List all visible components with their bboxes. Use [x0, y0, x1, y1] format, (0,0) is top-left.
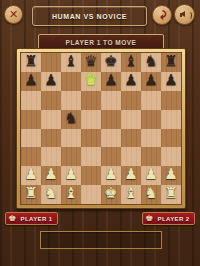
- player1-piece-icon: ♚: [8, 214, 16, 223]
- player2-button[interactable]: ♚ Player 2: [142, 212, 195, 225]
- player1-button[interactable]: ♚ Player 1: [5, 212, 58, 225]
- player2-piece-icon: ♚: [145, 214, 153, 223]
- app-title: Human Vs Novice: [52, 13, 127, 20]
- piece-black-pawn-f7[interactable]: ♟: [124, 73, 137, 88]
- square-g6[interactable]: [141, 91, 161, 110]
- square-d5[interactable]: [81, 110, 101, 129]
- square-h3[interactable]: [161, 147, 181, 166]
- square-c5[interactable]: ♞: [61, 110, 81, 129]
- square-a8[interactable]: ♜: [21, 53, 41, 72]
- square-g8[interactable]: ♞: [141, 53, 161, 72]
- player1-label: Player 1: [18, 216, 55, 222]
- square-c4[interactable]: [61, 129, 81, 148]
- square-c7[interactable]: [61, 72, 81, 91]
- square-f7[interactable]: ♟: [121, 72, 141, 91]
- square-e3[interactable]: [101, 147, 121, 166]
- square-g5[interactable]: [141, 110, 161, 129]
- speaker-icon: [180, 10, 190, 19]
- piece-white-queen-d7[interactable]: ♛: [84, 73, 97, 88]
- square-b4[interactable]: [41, 129, 61, 148]
- square-d8[interactable]: ♛: [81, 53, 101, 72]
- square-h1[interactable]: ♜: [161, 185, 181, 204]
- piece-black-pawn-b7[interactable]: ♟: [44, 73, 57, 88]
- square-g7[interactable]: ♟: [141, 72, 161, 91]
- square-f6[interactable]: [121, 91, 141, 110]
- square-a4[interactable]: [21, 129, 41, 148]
- square-f3[interactable]: [121, 147, 141, 166]
- square-f8[interactable]: ♝: [121, 53, 141, 72]
- chess-app: ✕ Human Vs Novice ↷ Player 1 to move ♜♝♛…: [0, 0, 200, 266]
- square-d2[interactable]: [81, 166, 101, 185]
- square-b6[interactable]: [41, 91, 61, 110]
- square-d1[interactable]: [81, 185, 101, 204]
- square-b1[interactable]: ♞: [41, 185, 61, 204]
- piece-white-pawn-b2[interactable]: ♟: [44, 167, 57, 182]
- square-e8[interactable]: ♚: [101, 53, 121, 72]
- square-h5[interactable]: [161, 110, 181, 129]
- square-e1[interactable]: ♚: [101, 185, 121, 204]
- square-a1[interactable]: ♜: [21, 185, 41, 204]
- undo-icon: ↷: [156, 10, 168, 20]
- undo-button[interactable]: ↷: [152, 5, 172, 25]
- square-h4[interactable]: [161, 129, 181, 148]
- piece-white-bishop-c1[interactable]: ♝: [64, 186, 77, 201]
- square-e7[interactable]: ♟: [101, 72, 121, 91]
- board-frame: ♜♝♛♚♝♞♜♟♟♛♟♟♟♟♞♟♟♟♟♟♟♟♜♞♝♚♝♞♜: [16, 48, 186, 209]
- square-a2[interactable]: ♟: [21, 166, 41, 185]
- square-g4[interactable]: [141, 129, 161, 148]
- piece-black-pawn-a7[interactable]: ♟: [24, 73, 37, 88]
- square-h8[interactable]: ♜: [161, 53, 181, 72]
- square-c8[interactable]: ♝: [61, 53, 81, 72]
- square-c1[interactable]: ♝: [61, 185, 81, 204]
- square-c2[interactable]: ♟: [61, 166, 81, 185]
- sound-button[interactable]: [174, 4, 195, 25]
- square-b3[interactable]: [41, 147, 61, 166]
- square-e4[interactable]: [101, 129, 121, 148]
- player2-label: Player 2: [155, 216, 192, 222]
- square-a7[interactable]: ♟: [21, 72, 41, 91]
- square-d7[interactable]: ♛: [81, 72, 101, 91]
- piece-white-pawn-a2[interactable]: ♟: [24, 167, 37, 182]
- square-f2[interactable]: ♟: [121, 166, 141, 185]
- square-b8[interactable]: [41, 53, 61, 72]
- square-b2[interactable]: ♟: [41, 166, 61, 185]
- square-d6[interactable]: [81, 91, 101, 110]
- captured-pieces-tray: [40, 231, 162, 249]
- piece-white-pawn-h2[interactable]: ♟: [164, 167, 177, 182]
- square-a5[interactable]: [21, 110, 41, 129]
- status-text: Player 1 to move: [66, 39, 137, 46]
- square-a3[interactable]: [21, 147, 41, 166]
- square-f5[interactable]: [121, 110, 141, 129]
- chess-board[interactable]: ♜♝♛♚♝♞♜♟♟♛♟♟♟♟♞♟♟♟♟♟♟♟♜♞♝♚♝♞♜: [20, 52, 182, 205]
- square-f1[interactable]: ♝: [121, 185, 141, 204]
- piece-black-knight-c5[interactable]: ♞: [64, 111, 77, 126]
- piece-white-rook-h1[interactable]: ♜: [164, 186, 177, 201]
- square-h2[interactable]: ♟: [161, 166, 181, 185]
- square-e5[interactable]: [101, 110, 121, 129]
- piece-black-rook-h8[interactable]: ♜: [164, 54, 177, 69]
- piece-white-knight-b1[interactable]: ♞: [44, 186, 57, 201]
- piece-black-king-e8[interactable]: ♚: [104, 54, 117, 69]
- piece-black-pawn-h7[interactable]: ♟: [164, 73, 177, 88]
- square-e6[interactable]: [101, 91, 121, 110]
- square-e2[interactable]: ♟: [101, 166, 121, 185]
- square-g2[interactable]: ♟: [141, 166, 161, 185]
- piece-white-pawn-c2[interactable]: ♟: [64, 167, 77, 182]
- close-icon: ✕: [9, 9, 18, 20]
- square-g3[interactable]: [141, 147, 161, 166]
- piece-white-king-e1[interactable]: ♚: [104, 186, 117, 201]
- square-b5[interactable]: [41, 110, 61, 129]
- piece-black-bishop-f8[interactable]: ♝: [124, 54, 137, 69]
- piece-black-pawn-e7[interactable]: ♟: [104, 73, 117, 88]
- piece-white-rook-a1[interactable]: ♜: [24, 186, 37, 201]
- square-b7[interactable]: ♟: [41, 72, 61, 91]
- piece-white-bishop-f1[interactable]: ♝: [124, 186, 137, 201]
- piece-white-pawn-g2[interactable]: ♟: [144, 167, 157, 182]
- piece-black-queen-d8[interactable]: ♛: [84, 54, 97, 69]
- square-f4[interactable]: [121, 129, 141, 148]
- square-c6[interactable]: [61, 91, 81, 110]
- square-h7[interactable]: ♟: [161, 72, 181, 91]
- square-a6[interactable]: [21, 91, 41, 110]
- piece-black-bishop-c8[interactable]: ♝: [64, 54, 77, 69]
- piece-white-knight-g1[interactable]: ♞: [144, 186, 157, 201]
- square-g1[interactable]: ♞: [141, 185, 161, 204]
- piece-black-knight-g8[interactable]: ♞: [144, 54, 157, 69]
- close-button[interactable]: ✕: [4, 5, 23, 24]
- square-c3[interactable]: [61, 147, 81, 166]
- title-banner: Human Vs Novice: [32, 6, 147, 26]
- square-h6[interactable]: [161, 91, 181, 110]
- piece-black-rook-a8[interactable]: ♜: [24, 54, 37, 69]
- piece-white-pawn-e2[interactable]: ♟: [104, 167, 117, 182]
- piece-white-pawn-f2[interactable]: ♟: [124, 167, 137, 182]
- square-d3[interactable]: [81, 147, 101, 166]
- piece-black-pawn-g7[interactable]: ♟: [144, 73, 157, 88]
- square-d4[interactable]: [81, 129, 101, 148]
